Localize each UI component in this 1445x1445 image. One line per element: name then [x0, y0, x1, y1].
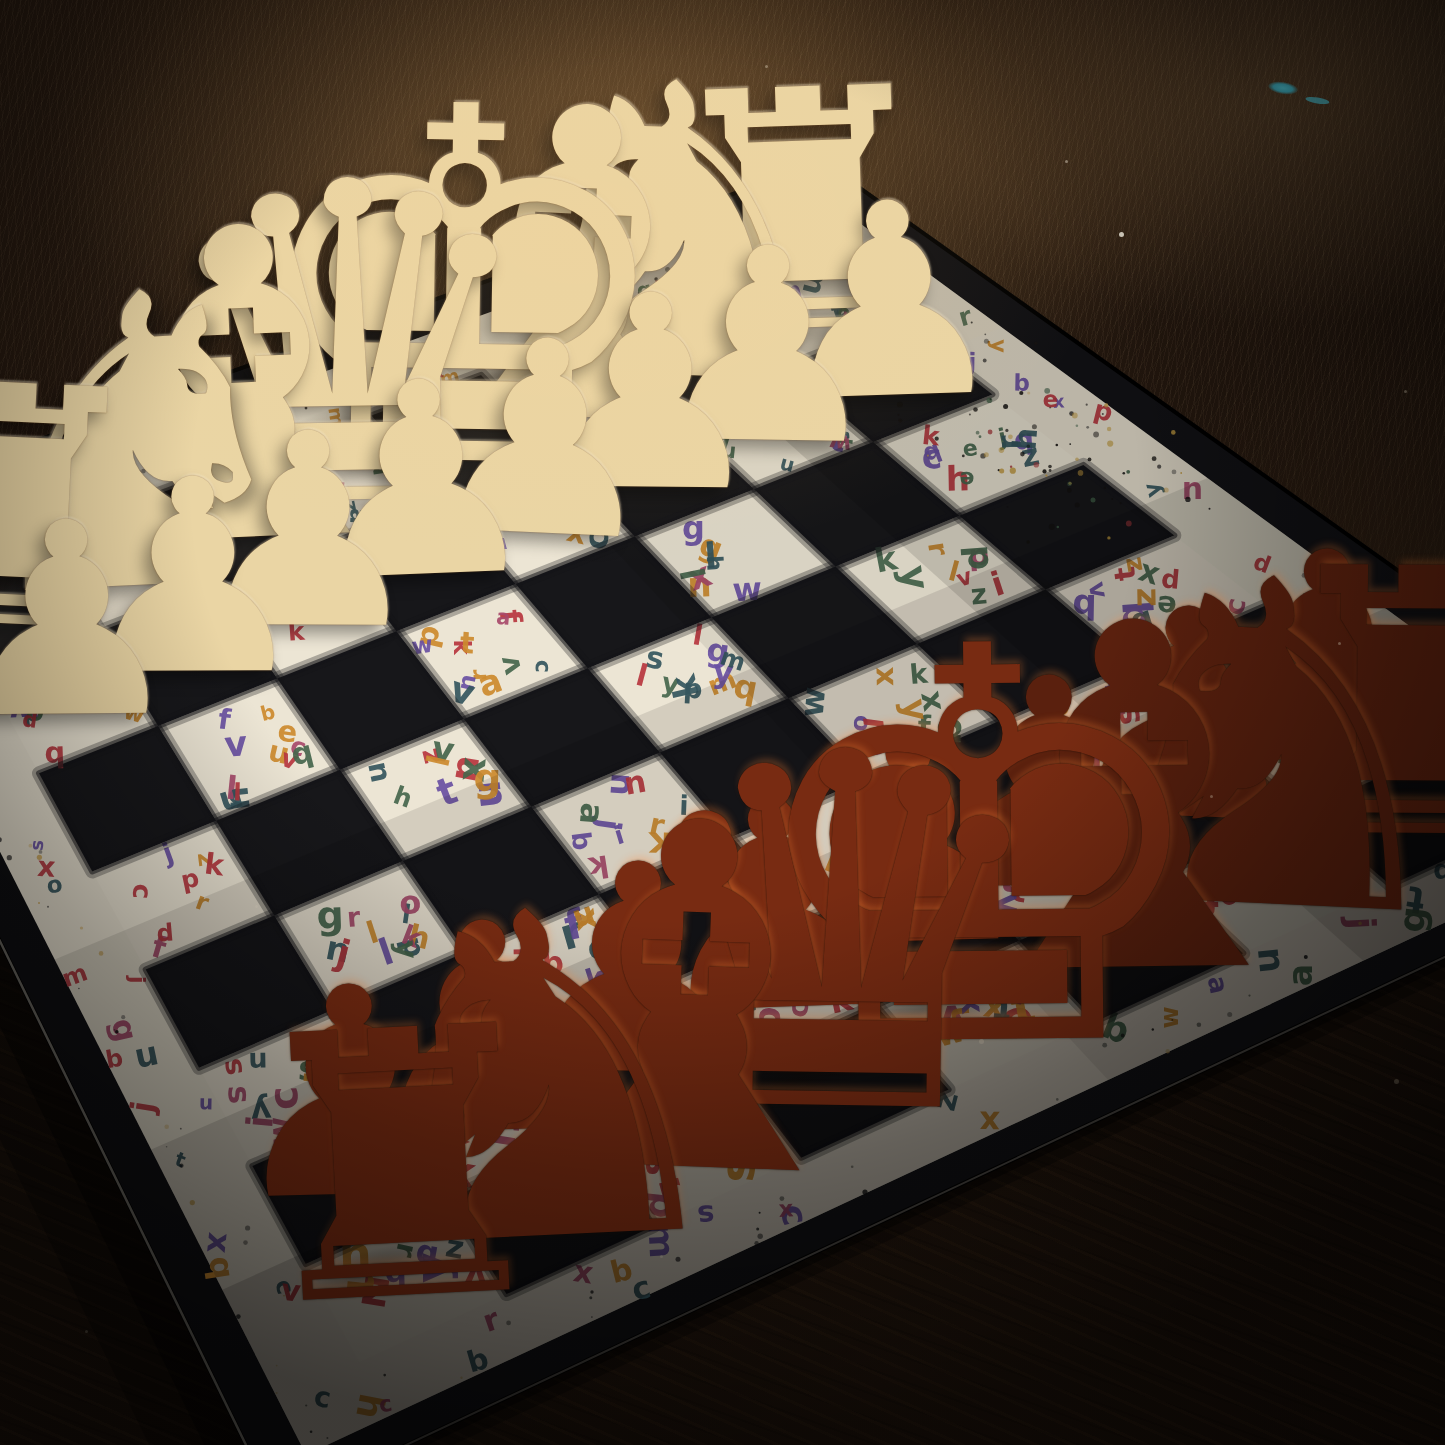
dust-specks: [0, 0, 3, 3]
piece-white-pawn-a2[interactable]: ♟: [0, 486, 188, 755]
photo-scene: mlgscmrqzmnnzbnnyyoxkftqgfktbcmcndxcsahz…: [0, 0, 1445, 1445]
piece-black-rook-a8[interactable]: ♜: [226, 976, 573, 1359]
pieces-layer: ♜♞♝♛♚♝♞♜♟♟♟♟♟♟♟♟♟♟♟♟♟♟♟♟♜♞♝♛♚♝♞♜: [0, 0, 1445, 1445]
